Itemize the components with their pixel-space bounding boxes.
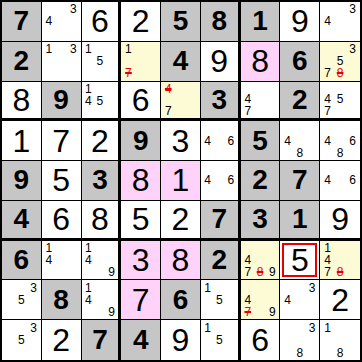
candidate-3: 3: [346, 3, 359, 15]
cell-r9c3[interactable]: 7: [82, 320, 122, 360]
cell-r4c8[interactable]: 48: [280, 121, 320, 161]
cell-r6c2[interactable]: 6: [42, 201, 82, 241]
candidate-7: 7: [162, 105, 174, 117]
given-digit: 6: [161, 280, 200, 319]
cell-r1c5[interactable]: 5: [161, 2, 201, 42]
given-digit: 2: [2, 42, 41, 81]
given-digit: 4: [121, 320, 160, 360]
cell-r1c7[interactable]: 1: [241, 2, 281, 42]
cell-r2c3[interactable]: 15: [82, 42, 122, 82]
cell-r8c1[interactable]: 35: [2, 280, 42, 320]
pencil-marks: 35: [3, 281, 40, 318]
given-digit: 9: [42, 82, 81, 119]
solved-digit: 5: [121, 201, 160, 238]
cell-r6c1[interactable]: 4: [2, 201, 42, 241]
given-digit: 1: [280, 201, 319, 238]
candidate-1: 1: [43, 43, 55, 55]
cell-r6c8[interactable]: 1: [280, 201, 320, 241]
solved-digit: 8: [2, 82, 41, 119]
cell-r7c5[interactable]: 8: [161, 241, 201, 281]
cell-r8c4[interactable]: 7: [121, 280, 161, 320]
cell-r5c9[interactable]: 46: [320, 161, 360, 201]
candidate-3: 3: [67, 43, 79, 55]
pencil-marks: 468: [321, 122, 359, 159]
solved-digit: 7: [121, 280, 160, 319]
eliminated-candidate-7: 7: [242, 306, 254, 318]
eliminated-candidate-7: 7: [122, 67, 134, 79]
given-digit: 7: [280, 161, 319, 200]
solved-digit: 9: [280, 2, 319, 41]
solved-digit: 1: [2, 121, 41, 160]
cell-r9c1[interactable]: 35: [2, 320, 42, 360]
candidate-5: 5: [15, 294, 27, 306]
candidate-9: 9: [106, 266, 118, 278]
pencil-marks: 18: [321, 321, 359, 359]
candidate-1: 1: [202, 321, 214, 334]
cell-r7c9[interactable]: 1478: [320, 241, 360, 281]
candidate-4: 4: [321, 15, 334, 27]
given-digit: 2: [201, 241, 238, 280]
cell-r9c7[interactable]: 6: [241, 320, 281, 360]
candidate-5: 5: [334, 93, 347, 105]
given-digit: 7: [2, 2, 41, 41]
cell-r7c2[interactable]: 14: [42, 241, 82, 281]
cell-r6c7[interactable]: 3: [241, 201, 281, 241]
eliminated-candidate-4: 4: [162, 83, 174, 95]
solved-digit: 8: [121, 161, 160, 200]
cell-r9c8[interactable]: 38: [280, 320, 320, 360]
cell-r8c9[interactable]: 2: [320, 280, 360, 320]
candidate-4: 4: [83, 294, 95, 306]
given-digit: 9: [121, 121, 160, 160]
cell-r8c3[interactable]: 149: [82, 280, 122, 320]
solved-digit: 8: [161, 241, 200, 280]
cell-r6c4[interactable]: 5: [121, 201, 161, 241]
pencil-marks: 14: [43, 242, 80, 279]
solved-digit: 6: [241, 320, 280, 360]
candidate-1: 1: [83, 43, 95, 55]
pencil-marks: 149: [83, 242, 118, 279]
pencil-marks: 13: [43, 43, 80, 80]
cell-r5c8[interactable]: 7: [280, 161, 320, 201]
solved-digit: 5: [280, 241, 319, 280]
cell-r5c2[interactable]: 5: [42, 161, 82, 201]
cell-r1c6[interactable]: 8: [201, 2, 241, 42]
candidate-4: 4: [281, 135, 293, 147]
pencil-marks: 15: [202, 281, 237, 318]
cell-r4c3[interactable]: 2: [82, 121, 122, 161]
cell-r8c7[interactable]: 479: [241, 280, 281, 320]
eliminated-candidate-8: 8: [334, 67, 347, 79]
cell-r7c1[interactable]: 6: [2, 241, 42, 281]
candidate-6: 6: [346, 135, 359, 147]
candidate-3: 3: [67, 3, 79, 15]
cell-r3c3[interactable]: 145: [82, 82, 122, 122]
candidate-1: 1: [202, 281, 214, 293]
cell-r6c3[interactable]: 8: [82, 201, 122, 241]
candidate-9: 9: [266, 306, 278, 318]
cell-r9c4[interactable]: 4: [121, 320, 161, 360]
pencil-marks: 149: [83, 281, 118, 318]
cell-r2c1[interactable]: 2: [2, 42, 42, 82]
solved-digit: 2: [42, 320, 81, 360]
solved-digit: 3: [161, 121, 200, 160]
cell-r6c5[interactable]: 2: [161, 201, 201, 241]
solved-digit: 9: [161, 320, 200, 360]
pencil-marks: 47: [162, 83, 199, 118]
cell-r8c8[interactable]: 34: [280, 280, 320, 320]
pencil-marks: 47: [242, 83, 279, 118]
solved-digit: 8: [82, 201, 119, 238]
pencil-marks: 479: [242, 281, 279, 318]
candidate-6: 6: [225, 174, 237, 186]
cell-r9c6[interactable]: 15: [201, 320, 241, 360]
pencil-marks: 17: [122, 43, 159, 80]
cell-r7c3[interactable]: 149: [82, 241, 122, 281]
pencil-marks: 34: [281, 281, 318, 318]
given-digit: 3: [241, 201, 280, 238]
candidate-5: 5: [94, 95, 106, 107]
solved-digit: 8: [241, 42, 280, 81]
cell-r2c5[interactable]: 4: [161, 42, 201, 82]
cell-r1c2[interactable]: 34: [42, 2, 82, 42]
pencil-marks: 145: [83, 83, 118, 118]
candidate-5: 5: [213, 294, 225, 306]
candidate-8: 8: [294, 346, 306, 359]
candidate-7: 7: [321, 105, 334, 117]
given-digit: 7: [201, 201, 238, 238]
candidate-9: 9: [106, 306, 118, 318]
cell-r4c6[interactable]: 46: [201, 121, 241, 161]
pencil-marks: 15: [83, 43, 118, 80]
solved-digit: 2: [82, 121, 119, 160]
candidate-4: 4: [43, 254, 55, 266]
candidate-6: 6: [346, 174, 359, 186]
cell-r3c4[interactable]: 6: [121, 82, 161, 122]
cell-r3c7[interactable]: 47: [241, 82, 281, 122]
cell-r3c8[interactable]: 2: [280, 82, 320, 122]
cell-r1c4[interactable]: 2: [121, 2, 161, 42]
cell-r4c9[interactable]: 468: [320, 121, 360, 161]
cell-r3c5[interactable]: 47: [161, 82, 201, 122]
cell-r3c1[interactable]: 8: [2, 82, 42, 122]
given-digit: 4: [161, 42, 200, 81]
cell-r3c9[interactable]: 457: [320, 82, 360, 122]
candidate-4: 4: [83, 254, 95, 266]
given-digit: 3: [201, 82, 238, 119]
cell-r2c6[interactable]: 9: [201, 42, 241, 82]
cell-r9c9[interactable]: 18: [320, 320, 360, 360]
pencil-marks: 35: [3, 321, 40, 359]
given-digit: 8: [42, 280, 81, 319]
given-digit: 8: [201, 2, 238, 41]
cell-r4c5[interactable]: 3: [161, 121, 201, 161]
solved-digit: 1: [161, 161, 200, 200]
cell-r5c4[interactable]: 8: [121, 161, 161, 201]
candidate-3: 3: [28, 281, 40, 293]
solved-digit: 5: [42, 161, 81, 200]
candidate-4: 4: [83, 95, 95, 107]
candidate-4: 4: [43, 15, 55, 27]
pencil-marks: 1478: [321, 242, 359, 279]
candidate-1: 1: [83, 83, 95, 95]
cell-r2c8[interactable]: 6: [280, 42, 320, 82]
solved-digit: 6: [121, 82, 160, 119]
solved-digit: 9: [201, 42, 238, 81]
cell-r7c6[interactable]: 2: [201, 241, 241, 281]
solved-digit: 2: [121, 2, 160, 41]
cell-r7c8[interactable]: 5: [280, 241, 320, 281]
cell-r6c6[interactable]: 7: [201, 201, 241, 241]
candidate-7: 7: [321, 67, 334, 79]
candidate-7: 7: [242, 105, 254, 117]
pencil-marks: 48: [281, 122, 318, 159]
candidate-7: 7: [242, 266, 254, 278]
candidate-1: 1: [321, 321, 334, 334]
cell-r5c7[interactable]: 2: [241, 161, 281, 201]
cell-r5c5[interactable]: 1: [161, 161, 201, 201]
cell-r3c2[interactable]: 9: [42, 82, 82, 122]
given-digit: 6: [280, 42, 319, 81]
candidate-5: 5: [15, 334, 27, 347]
candidate-8: 8: [334, 346, 347, 359]
cell-r5c3[interactable]: 3: [82, 161, 122, 201]
solved-digit: 7: [42, 121, 81, 160]
sudoku-board: 7346258193421315174986357889145647347245…: [0, 0, 362, 362]
solved-digit: 3: [121, 241, 160, 280]
candidate-1: 1: [122, 43, 134, 55]
cell-r8c5[interactable]: 6: [161, 280, 201, 320]
candidate-3: 3: [306, 281, 318, 293]
given-digit: 6: [2, 241, 41, 280]
candidate-5: 5: [213, 334, 225, 347]
cell-r1c9[interactable]: 34: [320, 2, 360, 42]
pencil-marks: 34: [43, 3, 80, 40]
given-digit: 4: [2, 201, 41, 238]
given-digit: 3: [82, 161, 119, 200]
cell-r4c1[interactable]: 1: [2, 121, 42, 161]
cell-r1c8[interactable]: 9: [280, 2, 320, 42]
solved-digit: 2: [320, 280, 360, 319]
cell-r5c6[interactable]: 46: [201, 161, 241, 201]
candidate-4: 4: [281, 294, 293, 306]
cell-r8c6[interactable]: 15: [201, 280, 241, 320]
solved-digit: 9: [320, 201, 360, 238]
candidate-7: 7: [321, 266, 334, 278]
given-digit: 2: [280, 82, 319, 119]
pencil-marks: 34: [321, 3, 359, 40]
candidate-4: 4: [321, 135, 334, 147]
cell-r4c2[interactable]: 7: [42, 121, 82, 161]
cell-r5c1[interactable]: 9: [2, 161, 42, 201]
pencil-marks: 3578: [321, 43, 359, 80]
solved-digit: 2: [161, 201, 200, 238]
pencil-marks: 46: [202, 122, 237, 159]
cell-r3c6[interactable]: 3: [201, 82, 241, 122]
cell-r9c2[interactable]: 2: [42, 320, 82, 360]
given-digit: 5: [161, 2, 200, 41]
candidate-4: 4: [321, 174, 334, 186]
cell-r2c2[interactable]: 13: [42, 42, 82, 82]
candidate-4: 4: [202, 135, 214, 147]
cell-r2c7[interactable]: 8: [241, 42, 281, 82]
eliminated-candidate-8: 8: [254, 266, 266, 278]
given-digit: 7: [82, 320, 119, 360]
candidate-4: 4: [202, 174, 214, 186]
candidate-3: 3: [346, 43, 359, 55]
cell-r4c7[interactable]: 5: [241, 121, 281, 161]
cell-r7c7[interactable]: 4789: [241, 241, 281, 281]
candidate-8: 8: [334, 147, 347, 159]
candidate-6: 6: [225, 135, 237, 147]
candidate-1: 1: [83, 281, 95, 293]
candidate-8: 8: [294, 147, 306, 159]
given-digit: 5: [241, 121, 280, 160]
cell-r1c1[interactable]: 7: [2, 2, 42, 42]
eliminated-candidate-8: 8: [334, 266, 347, 278]
candidate-3: 3: [28, 321, 40, 334]
candidate-9: 9: [266, 266, 278, 278]
candidate-3: 3: [306, 321, 318, 334]
cell-r1c3[interactable]: 6: [82, 2, 122, 42]
solved-digit: 6: [42, 201, 81, 238]
pencil-marks: 46: [202, 162, 237, 199]
candidate-5: 5: [94, 55, 106, 67]
cell-r6c9[interactable]: 9: [320, 201, 360, 241]
pencil-marks: 457: [321, 83, 359, 118]
cell-r8c2[interactable]: 8: [42, 280, 82, 320]
pencil-marks: 4789: [242, 242, 279, 279]
given-digit: 9: [2, 161, 41, 200]
cell-r7c4[interactable]: 3: [121, 241, 161, 281]
solved-digit: 6: [82, 2, 119, 41]
cell-r2c4[interactable]: 17: [121, 42, 161, 82]
cell-r9c5[interactable]: 9: [161, 320, 201, 360]
pencil-marks: 38: [281, 321, 318, 359]
pencil-marks: 15: [202, 321, 237, 359]
cell-r4c4[interactable]: 9: [121, 121, 161, 161]
given-digit: 1: [241, 2, 280, 41]
pencil-marks: 46: [321, 162, 359, 199]
given-digit: 2: [241, 161, 280, 200]
cell-r2c9[interactable]: 3578: [320, 42, 360, 82]
